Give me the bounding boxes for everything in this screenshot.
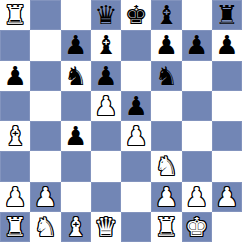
square-e7[interactable] <box>121 30 151 60</box>
white-rook[interactable]: ♜ <box>3 212 26 242</box>
square-b5[interactable] <box>30 91 60 121</box>
square-a3[interactable] <box>0 151 30 181</box>
square-c2[interactable] <box>61 182 91 212</box>
white-queen[interactable]: ♛ <box>94 212 117 242</box>
square-c5[interactable] <box>61 91 91 121</box>
square-e4[interactable]: ♟ <box>121 121 151 151</box>
square-h5[interactable] <box>212 91 242 121</box>
square-c4[interactable]: ♟ <box>61 121 91 151</box>
black-pawn[interactable]: ♟ <box>124 91 147 121</box>
square-b2[interactable]: ♟ <box>30 182 60 212</box>
black-bishop[interactable]: ♝ <box>94 30 117 60</box>
white-pawn[interactable]: ♟ <box>94 91 117 121</box>
white-pawn[interactable]: ♟ <box>124 121 147 151</box>
square-g2[interactable]: ♟ <box>182 182 212 212</box>
square-a2[interactable]: ♟ <box>0 182 30 212</box>
square-d6[interactable]: ♟ <box>91 61 121 91</box>
square-e1[interactable] <box>121 212 151 242</box>
square-f5[interactable] <box>151 91 181 121</box>
square-b8[interactable] <box>30 0 60 30</box>
square-f7[interactable]: ♟ <box>151 30 181 60</box>
square-b3[interactable] <box>30 151 60 181</box>
square-h1[interactable] <box>212 212 242 242</box>
square-g4[interactable] <box>182 121 212 151</box>
square-a4[interactable]: ♝ <box>0 121 30 151</box>
square-f6[interactable]: ♞ <box>151 61 181 91</box>
square-f1[interactable]: ♜ <box>151 212 181 242</box>
square-e2[interactable] <box>121 182 151 212</box>
black-rook[interactable]: ♜ <box>215 0 238 30</box>
white-bishop[interactable]: ♝ <box>64 212 87 242</box>
white-rook[interactable]: ♜ <box>3 0 26 30</box>
square-d3[interactable] <box>91 151 121 181</box>
black-pawn[interactable]: ♟ <box>185 30 208 60</box>
white-knight[interactable]: ♞ <box>34 212 57 242</box>
square-d4[interactable] <box>91 121 121 151</box>
square-a1[interactable]: ♜ <box>0 212 30 242</box>
square-c6[interactable]: ♞ <box>61 61 91 91</box>
white-bishop[interactable]: ♝ <box>3 121 26 151</box>
white-king[interactable]: ♚ <box>185 212 208 242</box>
square-h7[interactable]: ♟ <box>212 30 242 60</box>
black-pawn[interactable]: ♟ <box>3 61 26 91</box>
square-f3[interactable]: ♞ <box>151 151 181 181</box>
square-g6[interactable] <box>182 61 212 91</box>
square-h3[interactable] <box>212 151 242 181</box>
square-g3[interactable] <box>182 151 212 181</box>
square-d5[interactable]: ♟ <box>91 91 121 121</box>
square-g8[interactable] <box>182 0 212 30</box>
square-h4[interactable] <box>212 121 242 151</box>
square-c1[interactable]: ♝ <box>61 212 91 242</box>
square-a5[interactable] <box>0 91 30 121</box>
square-f2[interactable]: ♟ <box>151 182 181 212</box>
square-b1[interactable]: ♞ <box>30 212 60 242</box>
white-pawn[interactable]: ♟ <box>215 182 238 212</box>
black-pawn[interactable]: ♟ <box>64 121 87 151</box>
square-g1[interactable]: ♚ <box>182 212 212 242</box>
square-c7[interactable]: ♟ <box>61 30 91 60</box>
square-d8[interactable]: ♛ <box>91 0 121 30</box>
square-a7[interactable] <box>0 30 30 60</box>
square-b7[interactable] <box>30 30 60 60</box>
square-g7[interactable]: ♟ <box>182 30 212 60</box>
black-pawn[interactable]: ♟ <box>94 61 117 91</box>
white-pawn[interactable]: ♟ <box>185 182 208 212</box>
white-pawn[interactable]: ♟ <box>3 182 26 212</box>
black-bishop[interactable]: ♝ <box>155 0 178 30</box>
white-pawn[interactable]: ♟ <box>34 182 57 212</box>
square-a8[interactable]: ♜ <box>0 0 30 30</box>
square-b6[interactable] <box>30 61 60 91</box>
square-h2[interactable]: ♟ <box>212 182 242 212</box>
square-c8[interactable] <box>61 0 91 30</box>
white-rook[interactable]: ♜ <box>155 212 178 242</box>
black-knight[interactable]: ♞ <box>155 61 178 91</box>
square-d1[interactable]: ♛ <box>91 212 121 242</box>
square-e5[interactable]: ♟ <box>121 91 151 121</box>
black-pawn[interactable]: ♟ <box>215 30 238 60</box>
square-e8[interactable]: ♚ <box>121 0 151 30</box>
square-b4[interactable] <box>30 121 60 151</box>
black-knight[interactable]: ♞ <box>64 61 87 91</box>
square-h6[interactable] <box>212 61 242 91</box>
square-d7[interactable]: ♝ <box>91 30 121 60</box>
black-king[interactable]: ♚ <box>124 0 147 30</box>
black-pawn[interactable]: ♟ <box>155 30 178 60</box>
chess-board[interactable]: ♜♛♚♝♜♟♝♟♟♟♟♞♟♞♟♟♝♟♟♞♟♟♟♟♟♜♞♝♛♜♚ <box>0 0 242 242</box>
square-h8[interactable]: ♜ <box>212 0 242 30</box>
square-g5[interactable] <box>182 91 212 121</box>
square-c3[interactable] <box>61 151 91 181</box>
square-f4[interactable] <box>151 121 181 151</box>
square-f8[interactable]: ♝ <box>151 0 181 30</box>
white-knight[interactable]: ♞ <box>155 151 178 181</box>
square-a6[interactable]: ♟ <box>0 61 30 91</box>
black-pawn[interactable]: ♟ <box>64 30 87 60</box>
white-pawn[interactable]: ♟ <box>155 182 178 212</box>
square-d2[interactable] <box>91 182 121 212</box>
square-e6[interactable] <box>121 61 151 91</box>
black-queen[interactable]: ♛ <box>94 0 117 30</box>
square-e3[interactable] <box>121 151 151 181</box>
